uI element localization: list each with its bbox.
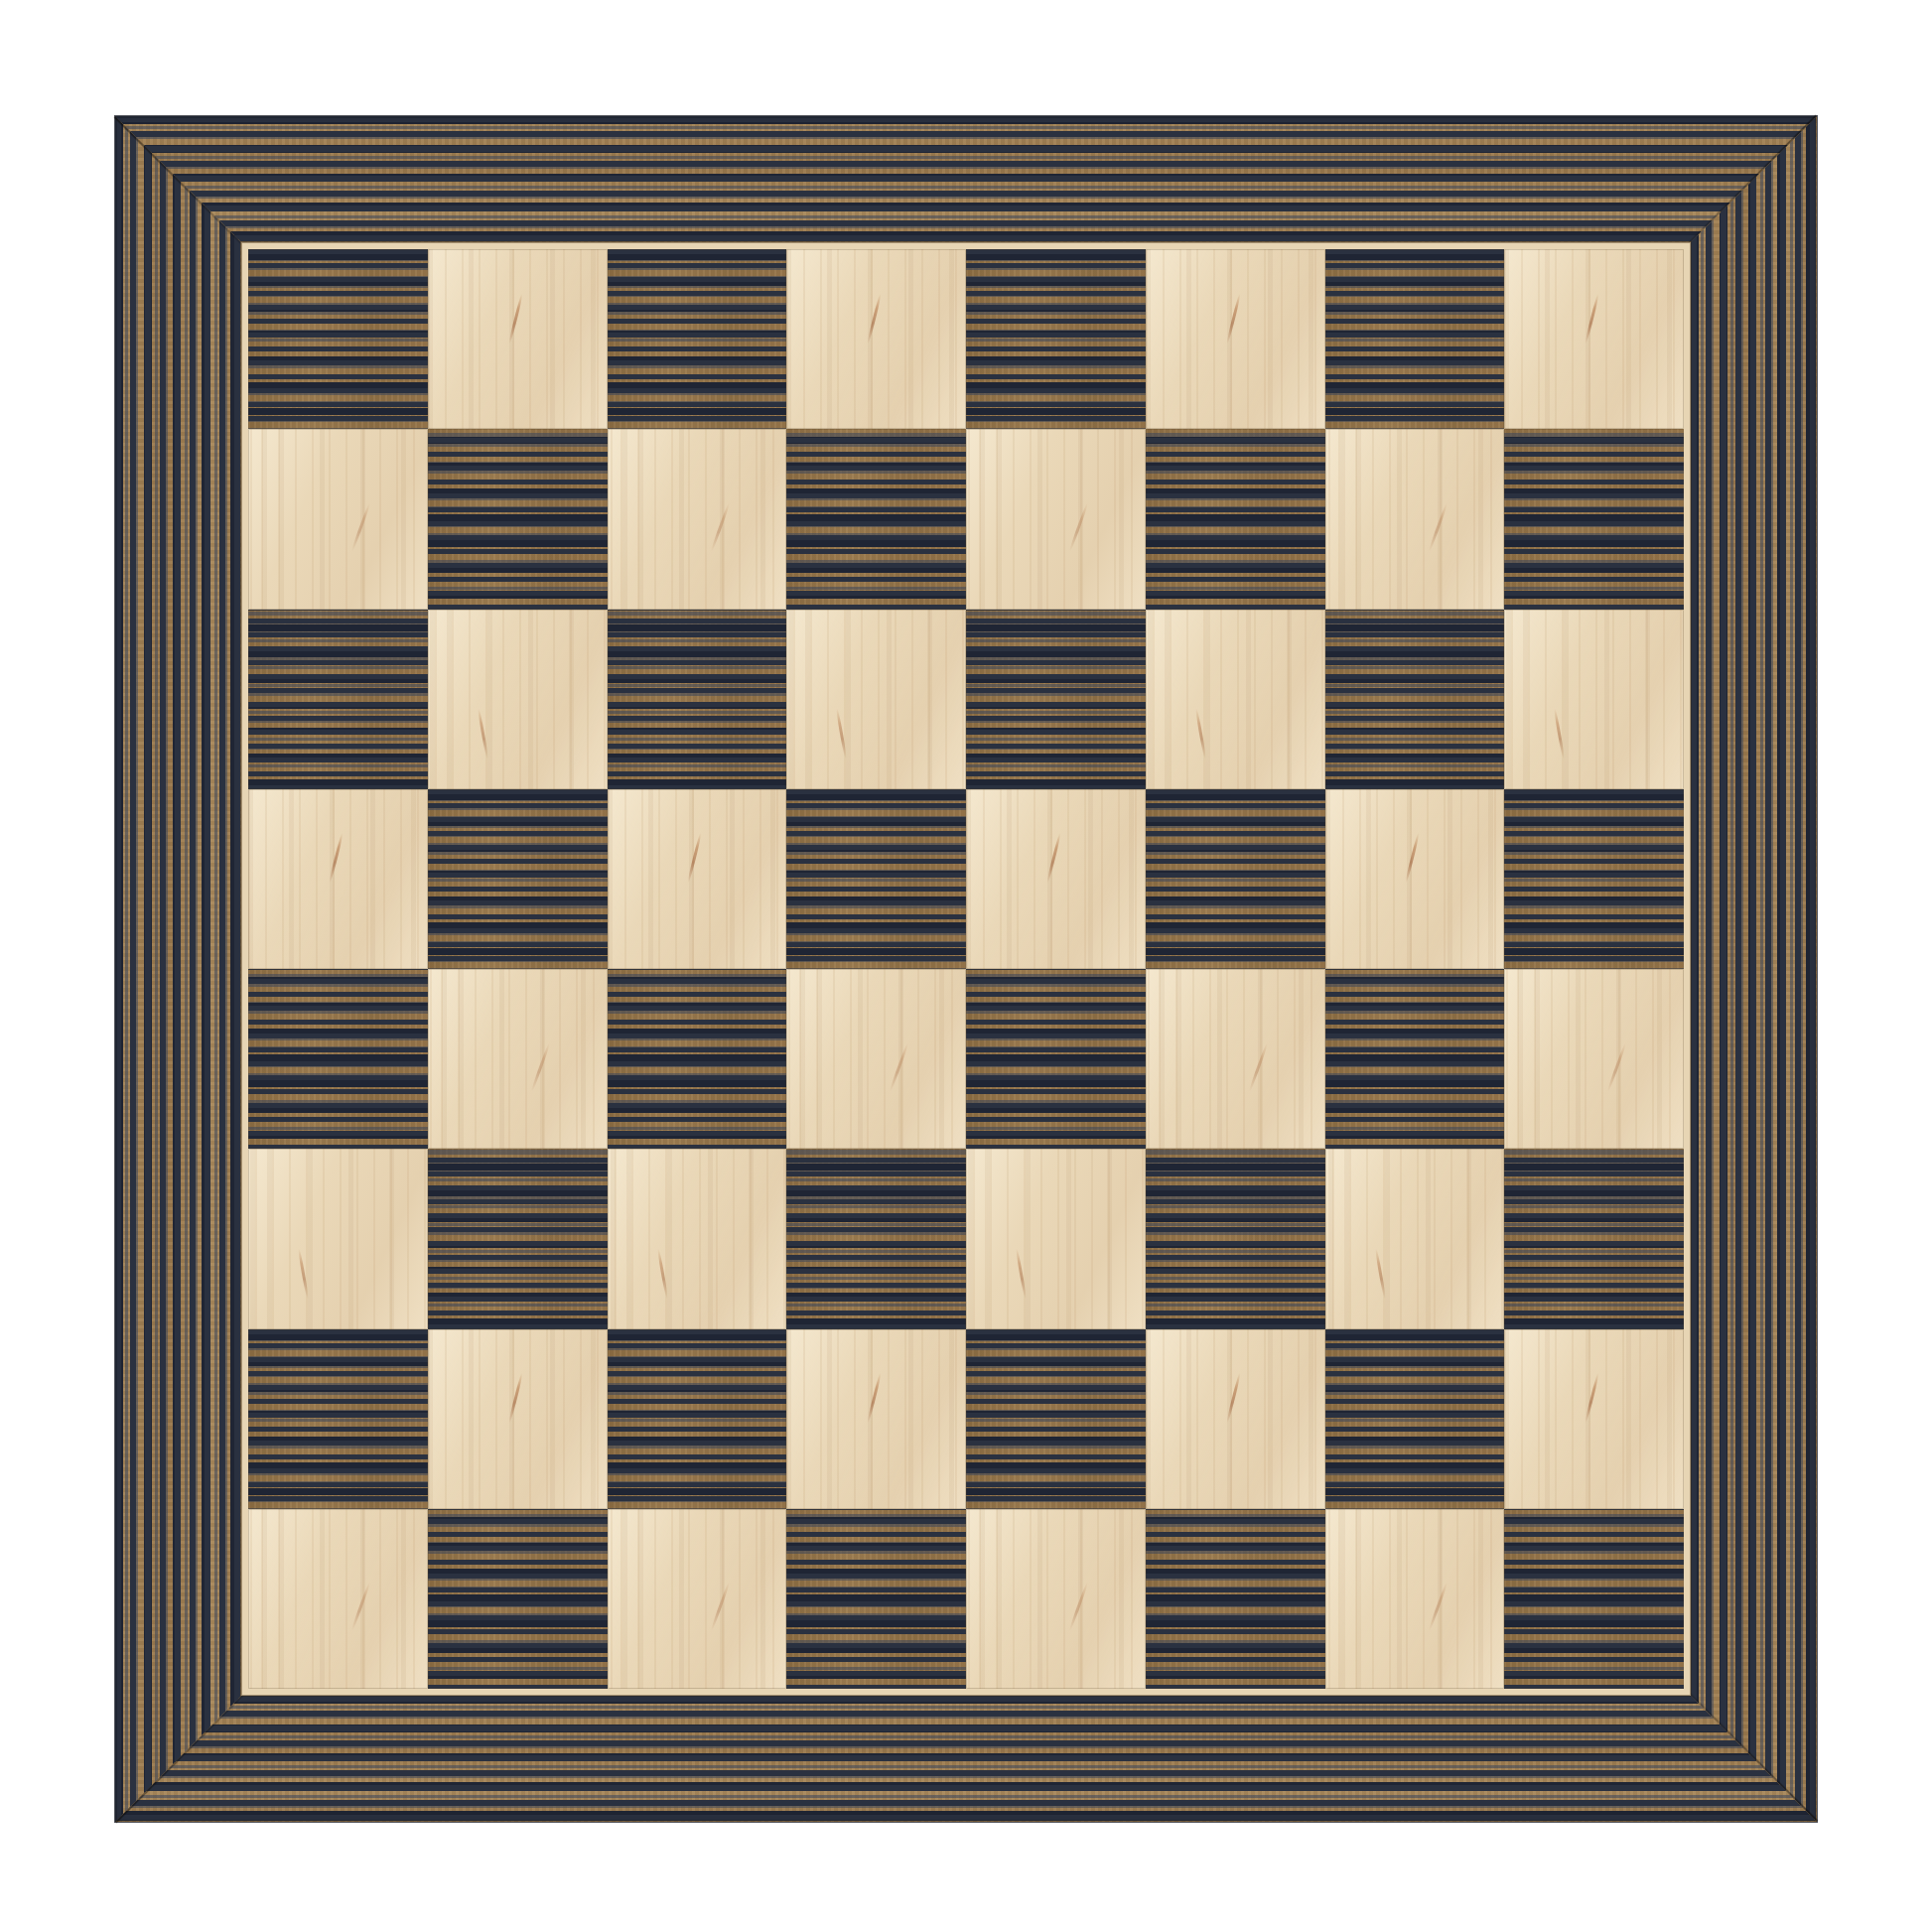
square-r1c5 (1146, 429, 1325, 609)
square-r0c1 (428, 249, 608, 429)
square-r4c3 (786, 969, 966, 1149)
square-r1c6 (1325, 429, 1505, 609)
square-r6c4 (966, 1329, 1146, 1509)
square-r4c5 (1146, 969, 1325, 1149)
square-r5c4 (966, 1149, 1146, 1328)
square-r7c3 (786, 1509, 966, 1689)
square-r4c6 (1325, 969, 1505, 1149)
square-r2c3 (786, 610, 966, 789)
square-r1c0 (248, 429, 428, 609)
square-r7c5 (1146, 1509, 1325, 1689)
frame-left (115, 116, 241, 1822)
square-r1c1 (428, 429, 608, 609)
square-r3c6 (1325, 789, 1505, 969)
square-r0c4 (966, 249, 1146, 429)
square-r2c2 (608, 610, 787, 789)
square-r7c0 (248, 1509, 428, 1689)
square-r0c2 (608, 249, 787, 429)
square-r3c3 (786, 789, 966, 969)
square-r2c4 (966, 610, 1146, 789)
square-r0c0 (248, 249, 428, 429)
square-r7c1 (428, 1509, 608, 1689)
square-r6c0 (248, 1329, 428, 1509)
square-r7c2 (608, 1509, 787, 1689)
square-r5c7 (1504, 1149, 1684, 1328)
square-r6c3 (786, 1329, 966, 1509)
square-r6c2 (608, 1329, 787, 1509)
square-r7c6 (1325, 1509, 1505, 1689)
square-r3c4 (966, 789, 1146, 969)
square-r2c0 (248, 610, 428, 789)
square-r1c3 (786, 429, 966, 609)
square-r5c5 (1146, 1149, 1325, 1328)
square-r2c7 (1504, 610, 1684, 789)
square-r3c2 (608, 789, 787, 969)
photo-background (0, 0, 1932, 1932)
square-r0c7 (1504, 249, 1684, 429)
playing-field (248, 249, 1684, 1689)
square-r5c0 (248, 1149, 428, 1328)
square-r4c1 (428, 969, 608, 1149)
square-r6c5 (1146, 1329, 1325, 1509)
square-r3c7 (1504, 789, 1684, 969)
square-r2c6 (1325, 610, 1505, 789)
square-r0c6 (1325, 249, 1505, 429)
square-r5c3 (786, 1149, 966, 1328)
square-r4c7 (1504, 969, 1684, 1149)
square-r4c4 (966, 969, 1146, 1149)
square-r5c1 (428, 1149, 608, 1328)
square-r0c5 (1146, 249, 1325, 429)
frame-bottom (115, 1696, 1817, 1822)
square-r7c7 (1504, 1509, 1684, 1689)
square-r2c5 (1146, 610, 1325, 789)
square-r1c7 (1504, 429, 1684, 609)
square-r6c1 (428, 1329, 608, 1509)
square-r6c7 (1504, 1329, 1684, 1509)
square-r7c4 (966, 1509, 1146, 1689)
square-r5c2 (608, 1149, 787, 1328)
chessboard (115, 116, 1817, 1822)
square-r3c1 (428, 789, 608, 969)
square-r3c5 (1146, 789, 1325, 969)
square-r1c2 (608, 429, 787, 609)
square-r6c6 (1325, 1329, 1505, 1509)
square-r1c4 (966, 429, 1146, 609)
square-r4c2 (608, 969, 787, 1149)
frame-top (115, 116, 1817, 242)
square-r3c0 (248, 789, 428, 969)
square-r0c3 (786, 249, 966, 429)
frame-right (1691, 116, 1817, 1822)
square-r4c0 (248, 969, 428, 1149)
square-r2c1 (428, 610, 608, 789)
square-r5c6 (1325, 1149, 1505, 1328)
